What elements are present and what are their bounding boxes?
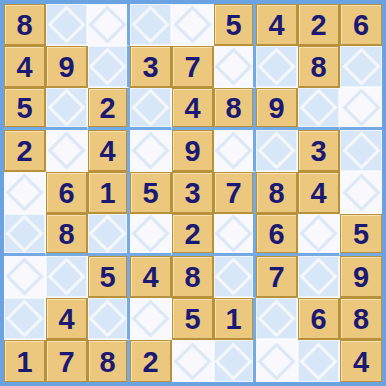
diamond-pattern-icon [257, 47, 295, 85]
cell-r6c5: 2 [172, 214, 214, 256]
cell-r9c9: 4 [340, 340, 382, 382]
cell-r5c3: 1 [88, 172, 130, 214]
diamond-pattern-icon [88, 47, 126, 85]
cell-r9c8[interactable] [298, 340, 340, 382]
cell-r9c6[interactable] [214, 340, 256, 382]
cell-r5c5: 3 [172, 172, 214, 214]
diamond-pattern-icon [173, 5, 211, 43]
cell-r6c4[interactable] [130, 214, 172, 256]
cell-r7c6[interactable] [214, 256, 256, 298]
cell-r5c4: 5 [130, 172, 172, 214]
cell-value: 6 [268, 220, 284, 249]
cell-r8c6: 1 [214, 298, 256, 340]
diamond-pattern-icon [131, 131, 169, 169]
diamond-pattern-icon [342, 131, 380, 169]
cell-r3c1: 5 [4, 88, 46, 130]
cell-value: 9 [353, 263, 369, 292]
cell-r9c2: 7 [46, 340, 88, 382]
cell-r3c7: 9 [256, 88, 298, 130]
diamond-pattern-icon [257, 299, 295, 337]
cell-value: 3 [310, 137, 326, 166]
cell-r9c1: 1 [4, 340, 46, 382]
diamond-pattern-icon [47, 257, 85, 295]
cell-value: 4 [310, 179, 326, 208]
cell-value: 7 [268, 263, 284, 292]
diamond-pattern-icon [5, 173, 43, 211]
cell-r8c5: 5 [172, 298, 214, 340]
cell-r8c1[interactable] [4, 298, 46, 340]
cell-r6c1[interactable] [4, 214, 46, 256]
cell-r1c4[interactable] [130, 4, 172, 46]
cell-value: 2 [310, 11, 326, 40]
cell-r5c1[interactable] [4, 172, 46, 214]
cell-r1c2[interactable] [46, 4, 88, 46]
cell-value: 4 [99, 137, 115, 166]
cell-r8c8: 6 [298, 298, 340, 340]
cell-value: 4 [58, 305, 74, 334]
cell-r2c3[interactable] [88, 46, 130, 88]
diamond-pattern-icon [88, 5, 126, 43]
cell-value: 9 [184, 137, 200, 166]
cell-value: 9 [268, 94, 284, 123]
cell-r1c6: 5 [214, 4, 256, 46]
cell-r6c6[interactable] [214, 214, 256, 256]
cell-value: 1 [225, 305, 241, 334]
cell-r7c1[interactable] [4, 256, 46, 298]
cell-r3c9[interactable] [340, 88, 382, 130]
cell-r8c3[interactable] [88, 298, 130, 340]
cell-r7c3: 5 [88, 256, 130, 298]
cell-value: 8 [268, 179, 284, 208]
cell-value: 4 [16, 53, 32, 82]
cell-r4c2[interactable] [46, 130, 88, 172]
cell-value: 5 [16, 94, 32, 123]
cell-value: 8 [99, 348, 115, 377]
cell-r6c8[interactable] [298, 214, 340, 256]
cell-r8c4[interactable] [130, 298, 172, 340]
cell-r8c9: 8 [340, 298, 382, 340]
cell-value: 2 [184, 220, 200, 249]
cell-r8c7[interactable] [256, 298, 298, 340]
cell-r4c3: 4 [88, 130, 130, 172]
cell-r3c2[interactable] [46, 88, 88, 130]
diamond-pattern-icon [131, 214, 169, 252]
cell-r3c5: 4 [172, 88, 214, 130]
cell-value: 4 [353, 348, 369, 377]
cell-r1c7: 4 [256, 4, 298, 46]
cell-r6c2: 8 [46, 214, 88, 256]
cell-r9c3: 8 [88, 340, 130, 382]
cell-value: 1 [99, 179, 115, 208]
cell-value: 5 [225, 11, 241, 40]
diamond-pattern-icon [214, 214, 252, 252]
cell-r5c9[interactable] [340, 172, 382, 214]
cell-value: 7 [58, 348, 74, 377]
diamond-pattern-icon [47, 88, 85, 126]
diamond-pattern-icon [131, 299, 169, 337]
cell-r7c4: 4 [130, 256, 172, 298]
cell-value: 2 [142, 348, 158, 377]
cell-r3c4[interactable] [130, 88, 172, 130]
cell-r7c9: 9 [340, 256, 382, 298]
diamond-pattern-icon [131, 88, 169, 126]
cell-value: 6 [310, 305, 326, 334]
diamond-pattern-icon [214, 131, 252, 169]
cell-value: 1 [16, 348, 32, 377]
cell-r1c5[interactable] [172, 4, 214, 46]
cell-r4c4[interactable] [130, 130, 172, 172]
cell-value: 8 [353, 305, 369, 334]
cell-r3c6: 8 [214, 88, 256, 130]
cell-r4c1: 2 [4, 130, 46, 172]
cell-r5c8: 4 [298, 172, 340, 214]
cell-r2c9[interactable] [340, 46, 382, 88]
diamond-pattern-icon [214, 342, 252, 380]
cell-r4c8: 3 [298, 130, 340, 172]
cell-r2c7[interactable] [256, 46, 298, 88]
cell-value: 5 [184, 305, 200, 334]
cell-r7c8[interactable] [298, 256, 340, 298]
diamond-pattern-icon [342, 47, 380, 85]
diamond-pattern-icon [5, 214, 43, 252]
cell-r6c9: 5 [340, 214, 382, 256]
diamond-pattern-icon [299, 342, 337, 380]
cell-value: 7 [184, 53, 200, 82]
cell-r5c7: 8 [256, 172, 298, 214]
cell-r3c3: 2 [88, 88, 130, 130]
cell-r1c8: 2 [298, 4, 340, 46]
cell-r9c7[interactable] [256, 340, 298, 382]
cell-r6c7: 6 [256, 214, 298, 256]
cell-value: 6 [58, 179, 74, 208]
cell-r4c9[interactable] [340, 130, 382, 172]
cell-r7c2[interactable] [46, 256, 88, 298]
cell-value: 8 [16, 11, 32, 40]
cell-r2c5: 7 [172, 46, 214, 88]
cell-r2c8: 8 [298, 46, 340, 88]
cell-value: 8 [58, 220, 74, 249]
cell-r9c5[interactable] [172, 340, 214, 382]
cell-value: 3 [184, 179, 200, 208]
cell-value: 8 [184, 263, 200, 292]
diamond-pattern-icon [214, 47, 252, 85]
cell-r1c9: 6 [340, 4, 382, 46]
cell-r7c7: 7 [256, 256, 298, 298]
diamond-pattern-icon [173, 342, 211, 380]
diamond-pattern-icon [5, 257, 43, 295]
cell-value: 6 [353, 11, 369, 40]
cell-value: 7 [225, 179, 241, 208]
cell-value: 5 [142, 179, 158, 208]
cell-value: 2 [99, 94, 115, 123]
cell-r7c5: 8 [172, 256, 214, 298]
cell-value: 8 [225, 94, 241, 123]
cell-r4c5: 9 [172, 130, 214, 172]
diamond-pattern-icon [299, 88, 337, 126]
sudoku-board: 8542649378524892493615378482655487945168… [0, 0, 386, 386]
cell-r3c8[interactable] [298, 88, 340, 130]
cell-r5c6: 7 [214, 172, 256, 214]
diamond-pattern-icon [88, 214, 126, 252]
cell-value: 2 [16, 137, 32, 166]
cell-r1c3[interactable] [88, 4, 130, 46]
diamond-pattern-icon [299, 257, 337, 295]
cell-r2c1: 4 [4, 46, 46, 88]
cell-value: 9 [58, 53, 74, 82]
diamond-pattern-icon [257, 342, 295, 380]
cell-r2c4: 3 [130, 46, 172, 88]
diamond-pattern-icon [5, 299, 43, 337]
diamond-pattern-icon [88, 299, 126, 337]
cell-value: 4 [268, 11, 284, 40]
cell-r1c1: 8 [4, 4, 46, 46]
cell-value: 5 [353, 220, 369, 249]
cell-r2c2: 9 [46, 46, 88, 88]
diamond-pattern-icon [257, 131, 295, 169]
cell-r8c2: 4 [46, 298, 88, 340]
diamond-pattern-icon [131, 5, 169, 43]
cell-value: 8 [310, 53, 326, 82]
cell-r6c3[interactable] [88, 214, 130, 256]
diamond-pattern-icon [299, 214, 337, 252]
cell-value: 4 [184, 94, 200, 123]
cell-r2c6[interactable] [214, 46, 256, 88]
cell-r4c7[interactable] [256, 130, 298, 172]
diamond-pattern-icon [342, 173, 380, 211]
diamond-pattern-icon [47, 131, 85, 169]
cell-r4c6[interactable] [214, 130, 256, 172]
cell-value: 5 [99, 263, 115, 292]
diamond-pattern-icon [47, 5, 85, 43]
cell-value: 4 [142, 263, 158, 292]
cell-value: 3 [142, 53, 158, 82]
diamond-pattern-icon [214, 257, 252, 295]
diamond-pattern-icon [342, 88, 380, 126]
cell-r9c4: 2 [130, 340, 172, 382]
cell-r5c2: 6 [46, 172, 88, 214]
